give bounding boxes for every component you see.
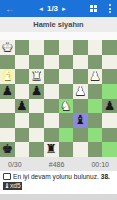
square-h2[interactable] [0, 55, 15, 70]
square-f5[interactable] [29, 99, 44, 114]
square-f8[interactable] [29, 142, 44, 157]
square-b4[interactable] [88, 84, 103, 99]
instruction-text: En iyi devam yolunu bulunuz. [13, 173, 99, 180]
square-g8[interactable] [15, 142, 30, 157]
score-counter: 0/30 [8, 161, 22, 168]
square-b5[interactable] [88, 99, 103, 114]
white-pawn-c4: ♟ [75, 85, 86, 98]
square-h4[interactable]: ♟ [0, 84, 15, 99]
kebab-dot [109, 4, 111, 6]
turn-banner: Hamle siyahın [0, 17, 117, 32]
back-icon[interactable]: ← [5, 0, 15, 17]
white-rook-f3: ♜ [31, 70, 42, 83]
square-a4[interactable] [102, 84, 117, 99]
square-c5[interactable] [73, 99, 88, 114]
square-c2[interactable] [73, 55, 88, 70]
black-pawn-g5: ♟ [16, 100, 27, 113]
square-a5[interactable]: ♟ [102, 99, 117, 114]
puzzle-pager: ◄ 1/3 ► [38, 4, 67, 13]
chess-board: ♚♝♜♟♟♟♟♟♞♟♝♚♜ [0, 40, 117, 157]
puzzle-grid-icon[interactable] [90, 5, 97, 12]
kebab-dot [109, 11, 111, 13]
square-a3[interactable] [102, 69, 117, 84]
timer: 00:10 [91, 161, 109, 168]
square-b3[interactable]: ♟ [88, 69, 103, 84]
square-b6[interactable] [88, 113, 103, 128]
square-c6[interactable]: ♝ [73, 113, 88, 128]
square-d8[interactable] [59, 142, 74, 157]
prev-puzzle-icon[interactable]: ◄ [38, 6, 44, 12]
square-g6[interactable] [15, 113, 30, 128]
white-pawn-b3: ♟ [89, 70, 100, 83]
black-pawn-h4: ♟ [2, 85, 13, 98]
square-f6[interactable] [29, 113, 44, 128]
puzzle-number: #486 [49, 161, 65, 168]
grid-dot [94, 9, 97, 12]
square-a7[interactable] [102, 128, 117, 143]
square-a1[interactable] [102, 40, 117, 55]
white-knight-d5: ♞ [60, 100, 71, 113]
black-king-h8: ♚ [2, 143, 13, 156]
square-c7[interactable] [73, 128, 88, 143]
kebab-dot [109, 8, 111, 10]
square-c8[interactable] [73, 142, 88, 157]
black-rook-e8: ♜ [46, 143, 57, 156]
black-bishop-c6: ♝ [75, 114, 86, 127]
app-bar: ← ◄ 1/3 ► [0, 0, 117, 17]
square-g7[interactable] [15, 128, 30, 143]
square-e7[interactable] [44, 128, 59, 143]
square-f2[interactable] [29, 55, 44, 70]
square-d3[interactable] [59, 69, 74, 84]
square-g4[interactable] [15, 84, 30, 99]
white-king-h1: ♚ [2, 41, 13, 54]
instruction-line: En iyi devam yolunu bulunuz. 38. [3, 173, 114, 180]
square-h8[interactable]: ♚ [0, 142, 15, 157]
square-d4[interactable] [59, 84, 74, 99]
square-d1[interactable] [59, 40, 74, 55]
square-d7[interactable] [59, 128, 74, 143]
square-g2[interactable] [15, 55, 30, 70]
square-h1[interactable]: ♚ [0, 40, 15, 55]
square-e4[interactable] [44, 84, 59, 99]
square-f3[interactable]: ♜ [29, 69, 44, 84]
square-e3[interactable] [44, 69, 59, 84]
move-line: ♝xd5 [3, 182, 114, 190]
square-g1[interactable] [15, 40, 30, 55]
square-h3[interactable]: ♝ [0, 69, 15, 84]
overflow-menu-icon[interactable] [106, 2, 114, 15]
grid-dot [90, 5, 93, 8]
square-d2[interactable] [59, 55, 74, 70]
square-e5[interactable] [44, 99, 59, 114]
square-e8[interactable]: ♜ [44, 142, 59, 157]
square-a8[interactable] [102, 142, 117, 157]
next-puzzle-icon[interactable]: ► [61, 6, 67, 12]
pager-label: 1/3 [47, 4, 58, 13]
diagram-icon [3, 173, 11, 180]
square-b7[interactable] [88, 128, 103, 143]
square-c1[interactable] [73, 40, 88, 55]
square-c3[interactable] [73, 69, 88, 84]
square-h5[interactable] [0, 99, 15, 114]
white-bishop-h3: ♝ [2, 70, 13, 83]
square-e1[interactable] [44, 40, 59, 55]
square-h6[interactable] [0, 113, 15, 128]
square-h7[interactable] [0, 128, 15, 143]
square-f7[interactable] [29, 128, 44, 143]
square-a2[interactable] [102, 55, 117, 70]
square-c4[interactable]: ♟ [73, 84, 88, 99]
square-f4[interactable]: ♟ [29, 84, 44, 99]
square-g5[interactable]: ♟ [15, 99, 30, 114]
square-b2[interactable] [88, 55, 103, 70]
square-a6[interactable] [102, 113, 117, 128]
square-e2[interactable] [44, 55, 59, 70]
black-pawn-a5: ♟ [104, 100, 115, 113]
bottom-strip [0, 194, 117, 200]
black-pawn-f4: ♟ [31, 85, 42, 98]
square-f1[interactable] [29, 40, 44, 55]
spacer [0, 32, 117, 40]
prompt-area: En iyi devam yolunu bulunuz. 38. ♝xd5 [0, 171, 117, 194]
square-b8[interactable] [88, 142, 103, 157]
status-bar: 0/30 #486 00:10 [0, 157, 117, 171]
square-d6[interactable] [59, 113, 74, 128]
grid-dot [94, 5, 97, 8]
square-d5[interactable]: ♞ [59, 99, 74, 114]
square-g3[interactable] [15, 69, 30, 84]
move-number: 38. [101, 173, 110, 180]
square-b1[interactable] [88, 40, 103, 55]
square-e6[interactable] [44, 113, 59, 128]
grid-dot [90, 9, 93, 12]
hidden-move-chip[interactable]: ♝xd5 [3, 182, 22, 190]
